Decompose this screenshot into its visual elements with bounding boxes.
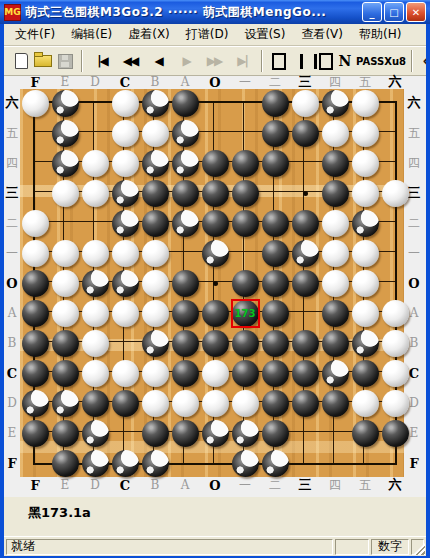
- third-color-stone: [82, 270, 109, 297]
- bottom-coordinate-label: 一: [239, 477, 251, 494]
- third-color-stone: [292, 240, 319, 267]
- black-stone: [322, 150, 349, 177]
- white-stone: [352, 240, 379, 267]
- menu-view[interactable]: 查看(V): [294, 24, 350, 45]
- bottom-coordinate-label: A: [181, 478, 190, 492]
- black-stone: [262, 90, 289, 117]
- third-color-stone: [112, 180, 139, 207]
- white-stone: [52, 270, 79, 297]
- white-stone: [382, 390, 409, 417]
- black-stone: [172, 360, 199, 387]
- third-color-stone: [112, 270, 139, 297]
- black-stone: [292, 330, 319, 357]
- left-coordinate-label: E: [8, 426, 17, 440]
- black-stone: [52, 330, 79, 357]
- left-coordinate-label: C: [7, 366, 17, 381]
- menu-bar: 文件(F) 编辑(E) 虚着(X) 打谱(D) 设置(S) 查看(V) 帮助(H…: [4, 24, 426, 46]
- white-stone: [142, 120, 169, 147]
- black-stone: [172, 330, 199, 357]
- third-color-stone: [52, 90, 79, 117]
- left-coordinate-label: B: [8, 336, 17, 350]
- last-move-marker: [231, 299, 260, 328]
- bottom-coordinate-label: 五: [359, 477, 371, 494]
- third-color-stone: [352, 210, 379, 237]
- black-stone: [232, 210, 259, 237]
- number-display-button[interactable]: N: [334, 49, 356, 73]
- right-coordinate-label: C: [409, 366, 419, 381]
- white-stone: [82, 330, 109, 357]
- white-stone: [382, 360, 409, 387]
- third-color-stone: [172, 120, 199, 147]
- black-stone: [172, 270, 199, 297]
- first-move-button[interactable]: |◀: [88, 49, 116, 73]
- black-stone: [22, 270, 49, 297]
- right-coordinate-label: O: [408, 276, 419, 291]
- left-coordinate-label: F: [7, 456, 16, 471]
- third-color-stone: [142, 330, 169, 357]
- xu8-button[interactable]: Xu8: [384, 49, 406, 73]
- white-stone: [52, 300, 79, 327]
- bottom-coordinate-label: 三: [299, 476, 312, 494]
- black-stone: [292, 390, 319, 417]
- move-info-strip: 黑173.1a: [4, 497, 426, 536]
- third-color-stone: [112, 210, 139, 237]
- black-stone: [142, 180, 169, 207]
- top-coordinate-label: F: [30, 75, 39, 90]
- close-button[interactable]: ✕: [406, 2, 426, 22]
- white-stone: [322, 240, 349, 267]
- right-coordinate-label: 一: [408, 245, 420, 262]
- minimize-button[interactable]: _: [362, 2, 382, 22]
- third-color-stone: [52, 120, 79, 147]
- white-stone: [352, 300, 379, 327]
- top-coordinate-label: E: [61, 75, 70, 89]
- menu-file[interactable]: 文件(F): [8, 24, 62, 45]
- white-stone: [142, 270, 169, 297]
- black-stone: [112, 390, 139, 417]
- current-move-label: 黑173.1a: [28, 504, 91, 522]
- app-window: MG 萌式三色围棋M3Go3.2 ······ 萌式围棋MengGo... _ …: [0, 0, 430, 558]
- bottom-coordinate-label: F: [30, 478, 39, 493]
- left-coordinate-label: 三: [6, 184, 19, 202]
- bar-board-button[interactable]: [312, 49, 334, 73]
- black-stone: [262, 150, 289, 177]
- black-stone: [262, 300, 289, 327]
- left-coordinate-label: A: [8, 306, 17, 320]
- right-coordinate-label: 三: [408, 184, 421, 202]
- third-color-stone: [202, 420, 229, 447]
- board-panel: FF六六EE五五DD四四CC三三BB二二AA一一OOOO一一AA二二BB三三CC…: [4, 76, 426, 497]
- bottom-coordinate-label: O: [209, 478, 220, 493]
- black-stone: [262, 390, 289, 417]
- white-stone: [52, 240, 79, 267]
- black-stone: [232, 360, 259, 387]
- black-stone: [52, 360, 79, 387]
- third-color-stone: [52, 390, 79, 417]
- white-stone: [352, 120, 379, 147]
- third-color-stone: [142, 90, 169, 117]
- black-stone: [202, 180, 229, 207]
- top-coordinate-label: 五: [359, 74, 371, 91]
- white-stone: [352, 390, 379, 417]
- app-icon: MG: [4, 4, 21, 21]
- black-stone: [292, 360, 319, 387]
- third-color-stone: [322, 90, 349, 117]
- fast-forward-button: ▶▶: [200, 49, 228, 73]
- black-stone: [322, 300, 349, 327]
- black-stone: [22, 330, 49, 357]
- bottom-coordinate-label: B: [151, 478, 160, 492]
- white-stone: [142, 240, 169, 267]
- black-stone: [202, 330, 229, 357]
- white-stone: [382, 330, 409, 357]
- left-coordinate-label: 六: [6, 94, 19, 112]
- third-color-stone: [232, 450, 259, 477]
- black-stone: [202, 300, 229, 327]
- black-stone: [232, 150, 259, 177]
- toolbar: |◀ ◀◀ ◀ ▶ ▶▶ ▶| N PASS Xu8 ⇐: [4, 46, 426, 76]
- third-color-stone: [232, 420, 259, 447]
- white-stone: [22, 210, 49, 237]
- black-stone: [262, 420, 289, 447]
- left-coordinate-label: D: [7, 396, 17, 410]
- black-stone: [292, 120, 319, 147]
- black-stone: [262, 210, 289, 237]
- right-coordinate-label: A: [410, 306, 419, 320]
- bottom-coordinate-label: E: [61, 478, 70, 492]
- black-stone: [262, 120, 289, 147]
- third-color-stone: [52, 150, 79, 177]
- third-color-stone: [352, 330, 379, 357]
- bottom-coordinate-label: 四: [329, 477, 341, 494]
- white-stone: [202, 390, 229, 417]
- left-coordinate-label: 一: [6, 245, 18, 262]
- toolbar-separator: [81, 50, 83, 72]
- third-color-stone: [172, 150, 199, 177]
- white-stone: [112, 90, 139, 117]
- black-stone: [142, 420, 169, 447]
- toolbar-separator: [411, 50, 413, 72]
- right-coordinate-label: F: [409, 456, 418, 471]
- third-color-stone: [82, 450, 109, 477]
- menu-record[interactable]: 打谱(D): [179, 24, 236, 45]
- third-color-stone: [172, 210, 199, 237]
- bar-mode-button[interactable]: [290, 49, 312, 73]
- black-stone: [172, 180, 199, 207]
- top-coordinate-label: D: [90, 75, 100, 89]
- third-color-stone: [142, 450, 169, 477]
- white-stone: [82, 360, 109, 387]
- black-stone: [322, 180, 349, 207]
- black-stone: [172, 420, 199, 447]
- black-stone: [382, 420, 409, 447]
- save-file-button: [54, 49, 76, 73]
- black-stone: [262, 270, 289, 297]
- white-stone: [352, 180, 379, 207]
- menu-settings[interactable]: 设置(S): [237, 24, 292, 45]
- white-stone: [322, 210, 349, 237]
- black-stone: [22, 300, 49, 327]
- white-stone: [352, 270, 379, 297]
- top-coordinate-label: O: [209, 75, 220, 90]
- toolbar-separator: [261, 50, 263, 72]
- black-stone: [352, 420, 379, 447]
- white-stone: [382, 180, 409, 207]
- right-coordinate-label: E: [410, 426, 419, 440]
- left-coordinate-label: O: [6, 276, 17, 291]
- window-title: 萌式三色围棋M3Go3.2 ······ 萌式围棋MengGo...: [25, 4, 362, 21]
- third-color-stone: [202, 240, 229, 267]
- black-stone: [52, 450, 79, 477]
- status-panel-empty: [335, 539, 369, 555]
- third-color-stone: [262, 450, 289, 477]
- blank-board-button[interactable]: [268, 49, 290, 73]
- black-stone: [202, 150, 229, 177]
- white-stone: [292, 90, 319, 117]
- black-stone: [262, 330, 289, 357]
- white-stone: [82, 150, 109, 177]
- white-stone: [22, 240, 49, 267]
- new-file-button[interactable]: [10, 49, 32, 73]
- save-floppy-icon: [58, 54, 73, 69]
- white-stone: [322, 120, 349, 147]
- undo-arrow-button[interactable]: ⇐: [418, 49, 426, 73]
- white-stone: [352, 150, 379, 177]
- board-icon: [272, 53, 286, 70]
- status-digit-panel: 数字: [371, 539, 409, 555]
- black-stone: [232, 330, 259, 357]
- back-button[interactable]: ◀: [144, 49, 172, 73]
- white-stone: [112, 360, 139, 387]
- black-stone: [172, 300, 199, 327]
- black-stone: [262, 240, 289, 267]
- white-stone: [142, 300, 169, 327]
- white-stone: [82, 180, 109, 207]
- right-coordinate-label: 六: [408, 94, 421, 112]
- right-coordinate-label: B: [410, 336, 419, 350]
- black-stone: [322, 390, 349, 417]
- white-stone: [52, 180, 79, 207]
- white-stone: [112, 240, 139, 267]
- black-stone: [22, 420, 49, 447]
- black-stone: [232, 270, 259, 297]
- right-coordinate-label: D: [409, 396, 419, 410]
- black-stone: [262, 360, 289, 387]
- top-coordinate-label: B: [151, 75, 160, 89]
- top-coordinate-label: 四: [329, 74, 341, 91]
- black-stone: [142, 210, 169, 237]
- black-stone: [82, 390, 109, 417]
- open-folder-icon: [34, 55, 52, 67]
- new-file-icon: [15, 53, 28, 69]
- white-stone: [172, 390, 199, 417]
- star-point: [303, 191, 308, 196]
- bar-icon: [300, 54, 303, 69]
- last-move-button: ▶|: [228, 49, 256, 73]
- fast-back-button[interactable]: ◀◀: [116, 49, 144, 73]
- status-ready: 就绪: [6, 539, 333, 555]
- white-stone: [322, 270, 349, 297]
- pass-button[interactable]: PASS: [356, 49, 384, 73]
- top-coordinate-label: 一: [239, 74, 251, 91]
- third-color-stone: [142, 150, 169, 177]
- status-bar: 就绪 数字: [4, 536, 426, 556]
- third-color-stone: [22, 390, 49, 417]
- right-coordinate-label: 二: [408, 215, 420, 232]
- black-stone: [202, 210, 229, 237]
- bottom-coordinate-label: D: [90, 478, 100, 492]
- go-board[interactable]: 173: [20, 89, 404, 477]
- black-stone: [172, 90, 199, 117]
- forward-button: ▶: [172, 49, 200, 73]
- third-color-stone: [112, 450, 139, 477]
- left-coordinate-label: 五: [6, 125, 18, 142]
- black-stone: [322, 330, 349, 357]
- open-file-button[interactable]: [32, 49, 54, 73]
- right-coordinate-label: 五: [408, 125, 420, 142]
- maximize-button[interactable]: □: [384, 2, 404, 22]
- white-stone: [82, 300, 109, 327]
- left-coordinate-label: 四: [6, 155, 18, 172]
- top-coordinate-label: 二: [269, 74, 281, 91]
- top-coordinate-label: C: [120, 75, 130, 90]
- white-stone: [82, 240, 109, 267]
- white-stone: [142, 360, 169, 387]
- white-stone: [112, 300, 139, 327]
- white-stone: [202, 360, 229, 387]
- white-stone: [112, 150, 139, 177]
- right-coordinate-label: 四: [408, 155, 420, 172]
- black-stone: [292, 270, 319, 297]
- left-coordinate-label: 二: [6, 215, 18, 232]
- white-stone: [22, 90, 49, 117]
- white-stone: [112, 120, 139, 147]
- white-stone: [352, 90, 379, 117]
- menu-edit[interactable]: 编辑(E): [64, 24, 119, 45]
- white-stone: [382, 300, 409, 327]
- menu-help[interactable]: 帮助(H): [352, 24, 408, 45]
- third-color-stone: [322, 360, 349, 387]
- top-coordinate-label: A: [181, 75, 190, 89]
- bottom-coordinate-label: 六: [389, 476, 402, 494]
- bar-board-icon: [314, 53, 333, 70]
- black-stone: [22, 360, 49, 387]
- menu-pass[interactable]: 虚着(X): [121, 24, 177, 45]
- white-stone: [142, 390, 169, 417]
- black-stone: [52, 420, 79, 447]
- star-point: [213, 281, 218, 286]
- bottom-coordinate-label: C: [120, 478, 130, 493]
- white-stone: [232, 390, 259, 417]
- black-stone: [232, 180, 259, 207]
- black-stone: [292, 210, 319, 237]
- bottom-coordinate-label: 二: [269, 477, 281, 494]
- black-stone: [352, 360, 379, 387]
- third-color-stone: [82, 420, 109, 447]
- title-bar: MG 萌式三色围棋M3Go3.2 ······ 萌式围棋MengGo... _ …: [0, 0, 430, 24]
